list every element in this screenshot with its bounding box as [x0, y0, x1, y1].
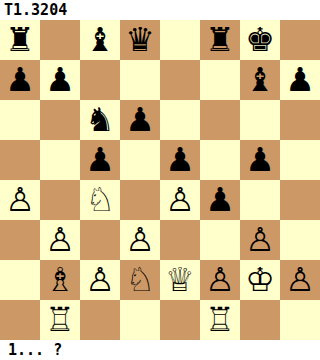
- square-g4[interactable]: [240, 180, 280, 220]
- square-g2[interactable]: ♔: [240, 260, 280, 300]
- square-a6[interactable]: [0, 100, 40, 140]
- black-pawn-piece: ♟: [285, 60, 315, 100]
- square-a5[interactable]: [0, 140, 40, 180]
- black-pawn-piece: ♟: [165, 140, 195, 180]
- square-f2[interactable]: ♙: [200, 260, 240, 300]
- black-pawn-piece: ♟: [5, 60, 35, 100]
- square-d3[interactable]: ♙: [120, 220, 160, 260]
- square-b7[interactable]: ♟: [40, 60, 80, 100]
- white-pawn-piece: ♙: [285, 260, 315, 300]
- black-pawn-piece: ♟: [245, 140, 275, 180]
- square-a2[interactable]: [0, 260, 40, 300]
- square-b2[interactable]: ♗: [40, 260, 80, 300]
- white-pawn-piece: ♙: [85, 260, 115, 300]
- white-king-piece: ♔: [245, 260, 275, 300]
- square-f4[interactable]: ♟: [200, 180, 240, 220]
- square-d8[interactable]: ♛: [120, 20, 160, 60]
- square-f7[interactable]: [200, 60, 240, 100]
- black-pawn-piece: ♟: [125, 100, 155, 140]
- black-rook-piece: ♜: [205, 20, 235, 60]
- square-g3[interactable]: ♙: [240, 220, 280, 260]
- square-c6[interactable]: ♞: [80, 100, 120, 140]
- square-g5[interactable]: ♟: [240, 140, 280, 180]
- square-c4[interactable]: ♘: [80, 180, 120, 220]
- black-pawn-piece: ♟: [45, 60, 75, 100]
- square-g6[interactable]: [240, 100, 280, 140]
- black-queen-piece: ♛: [125, 20, 155, 60]
- square-d2[interactable]: ♘: [120, 260, 160, 300]
- square-d4[interactable]: [120, 180, 160, 220]
- black-knight-piece: ♞: [85, 100, 115, 140]
- black-pawn-piece: ♟: [205, 180, 235, 220]
- square-f1[interactable]: ♖: [200, 300, 240, 340]
- chess-puzzle-page: T1.3204 ♜♝♛♜♚♟♟♝♟♞♟♟♟♟♙♘♙♟♙♙♙♗♙♘♕♙♔♙♖♖ 1…: [0, 0, 320, 360]
- black-pawn-piece: ♟: [85, 140, 115, 180]
- square-e5[interactable]: ♟: [160, 140, 200, 180]
- square-b8[interactable]: [40, 20, 80, 60]
- white-pawn-piece: ♙: [5, 180, 35, 220]
- white-bishop-piece: ♗: [45, 260, 75, 300]
- square-c5[interactable]: ♟: [80, 140, 120, 180]
- square-h8[interactable]: [280, 20, 320, 60]
- white-knight-piece: ♘: [125, 260, 155, 300]
- square-e8[interactable]: [160, 20, 200, 60]
- square-a8[interactable]: ♜: [0, 20, 40, 60]
- square-f3[interactable]: [200, 220, 240, 260]
- square-e3[interactable]: [160, 220, 200, 260]
- black-bishop-piece: ♝: [245, 60, 275, 100]
- white-rook-piece: ♖: [205, 300, 235, 340]
- square-a3[interactable]: [0, 220, 40, 260]
- square-f5[interactable]: [200, 140, 240, 180]
- square-c7[interactable]: [80, 60, 120, 100]
- white-queen-piece: ♕: [165, 260, 195, 300]
- square-b4[interactable]: [40, 180, 80, 220]
- square-c2[interactable]: ♙: [80, 260, 120, 300]
- square-f6[interactable]: [200, 100, 240, 140]
- white-pawn-piece: ♙: [45, 220, 75, 260]
- black-rook-piece: ♜: [5, 20, 35, 60]
- square-h2[interactable]: ♙: [280, 260, 320, 300]
- square-a4[interactable]: ♙: [0, 180, 40, 220]
- square-b6[interactable]: [40, 100, 80, 140]
- square-f8[interactable]: ♜: [200, 20, 240, 60]
- square-e6[interactable]: [160, 100, 200, 140]
- square-c3[interactable]: [80, 220, 120, 260]
- square-h4[interactable]: [280, 180, 320, 220]
- square-b1[interactable]: ♖: [40, 300, 80, 340]
- square-g8[interactable]: ♚: [240, 20, 280, 60]
- puzzle-title: T1.3204: [0, 0, 320, 20]
- chess-board: ♜♝♛♜♚♟♟♝♟♞♟♟♟♟♙♘♙♟♙♙♙♗♙♘♕♙♔♙♖♖: [0, 20, 320, 340]
- square-c1[interactable]: [80, 300, 120, 340]
- square-g1[interactable]: [240, 300, 280, 340]
- square-b3[interactable]: ♙: [40, 220, 80, 260]
- square-d5[interactable]: [120, 140, 160, 180]
- square-h5[interactable]: [280, 140, 320, 180]
- square-g7[interactable]: ♝: [240, 60, 280, 100]
- square-a1[interactable]: [0, 300, 40, 340]
- square-e7[interactable]: [160, 60, 200, 100]
- square-a7[interactable]: ♟: [0, 60, 40, 100]
- square-d7[interactable]: [120, 60, 160, 100]
- move-prompt: 1... ?: [0, 340, 320, 360]
- square-h6[interactable]: [280, 100, 320, 140]
- square-e4[interactable]: ♙: [160, 180, 200, 220]
- square-h3[interactable]: [280, 220, 320, 260]
- black-bishop-piece: ♝: [85, 20, 115, 60]
- square-h7[interactable]: ♟: [280, 60, 320, 100]
- white-pawn-piece: ♙: [245, 220, 275, 260]
- square-h1[interactable]: [280, 300, 320, 340]
- square-b5[interactable]: [40, 140, 80, 180]
- white-knight-piece: ♘: [85, 180, 115, 220]
- white-rook-piece: ♖: [45, 300, 75, 340]
- white-pawn-piece: ♙: [205, 260, 235, 300]
- square-e2[interactable]: ♕: [160, 260, 200, 300]
- black-king-piece: ♚: [245, 20, 275, 60]
- square-e1[interactable]: [160, 300, 200, 340]
- white-pawn-piece: ♙: [125, 220, 155, 260]
- square-c8[interactable]: ♝: [80, 20, 120, 60]
- white-pawn-piece: ♙: [165, 180, 195, 220]
- square-d6[interactable]: ♟: [120, 100, 160, 140]
- square-d1[interactable]: [120, 300, 160, 340]
